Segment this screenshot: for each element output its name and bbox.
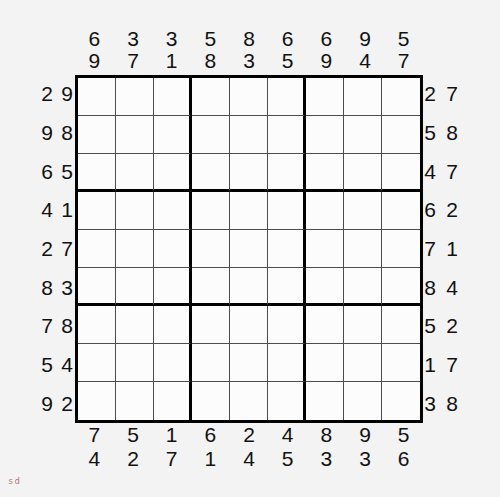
cell-r8c4[interactable]	[192, 344, 230, 382]
cell-r4c1[interactable]	[78, 192, 116, 230]
cell-r1c6[interactable]	[268, 78, 306, 116]
cell-r6c7[interactable]	[306, 268, 344, 306]
clue-digit: 8	[58, 114, 76, 153]
clue-digit: 6	[384, 448, 423, 470]
cell-r8c5[interactable]	[230, 344, 268, 382]
clue-digit: 1	[152, 424, 191, 446]
clue-digit: 3	[114, 28, 153, 50]
clue-digit: 5	[38, 346, 56, 385]
cell-r4c2[interactable]	[116, 192, 154, 230]
clue-digit: 5	[384, 424, 423, 446]
clue-digit: 5	[58, 152, 76, 191]
clue-digit: 9	[346, 424, 385, 446]
cell-r9c8[interactable]	[344, 382, 382, 420]
cell-r1c7[interactable]	[306, 78, 344, 116]
left-inner-clues: 985173842	[58, 75, 76, 423]
cell-r8c7[interactable]	[306, 344, 344, 382]
cell-r6c3[interactable]	[154, 268, 192, 306]
cell-r9c9[interactable]	[382, 382, 420, 420]
cell-r8c1[interactable]	[78, 344, 116, 382]
bottom-outer-clues: 427145336	[75, 448, 423, 470]
clue-digit: 9	[75, 50, 114, 72]
clue-digit: 3	[346, 448, 385, 470]
cell-r6c6[interactable]	[268, 268, 306, 306]
clue-digit: 5	[421, 307, 439, 346]
cell-r3c2[interactable]	[116, 154, 154, 192]
cell-r8c6[interactable]	[268, 344, 306, 382]
clue-digit: 8	[421, 268, 439, 307]
cell-r5c1[interactable]	[78, 230, 116, 268]
cell-r7c9[interactable]	[382, 306, 420, 344]
clue-digit: 6	[307, 28, 346, 50]
cell-r4c5[interactable]	[230, 192, 268, 230]
cell-r6c8[interactable]	[344, 268, 382, 306]
clue-digit: 3	[230, 50, 269, 72]
clue-digit: 4	[443, 268, 461, 307]
cell-r7c4[interactable]	[192, 306, 230, 344]
clue-digit: 7	[443, 75, 461, 114]
clue-digit: 2	[443, 191, 461, 230]
cell-r8c3[interactable]	[154, 344, 192, 382]
cell-r7c8[interactable]	[344, 306, 382, 344]
clue-digit: 7	[152, 448, 191, 470]
clue-digit: 8	[38, 268, 56, 307]
cell-r3c8[interactable]	[344, 154, 382, 192]
cell-r4c3[interactable]	[154, 192, 192, 230]
cell-r3c1[interactable]	[78, 154, 116, 192]
cell-r1c3[interactable]	[154, 78, 192, 116]
clue-digit: 5	[114, 424, 153, 446]
cell-r5c2[interactable]	[116, 230, 154, 268]
clue-digit: 5	[384, 28, 423, 50]
cell-r7c2[interactable]	[116, 306, 154, 344]
clue-digit: 6	[191, 424, 230, 446]
top-inner-clues: 971835947	[75, 50, 423, 72]
clue-digit: 2	[421, 75, 439, 114]
cell-r9c2[interactable]	[116, 382, 154, 420]
clue-digit: 4	[38, 191, 56, 230]
watermark: sd	[8, 476, 21, 486]
cell-r6c1[interactable]	[78, 268, 116, 306]
cell-r9c7[interactable]	[306, 382, 344, 420]
clue-digit: 2	[38, 75, 56, 114]
cell-r2c6[interactable]	[268, 116, 306, 154]
left-outer-clues: 296428759	[38, 75, 56, 423]
clue-digit: 7	[38, 307, 56, 346]
cell-r1c4[interactable]	[192, 78, 230, 116]
clue-digit: 2	[230, 424, 269, 446]
clue-digit: 1	[152, 50, 191, 72]
clue-digit: 4	[75, 448, 114, 470]
clue-digit: 1	[443, 230, 461, 269]
clue-digit: 8	[230, 28, 269, 50]
clue-digit: 9	[307, 50, 346, 72]
clue-digit: 1	[421, 346, 439, 385]
cell-r6c2[interactable]	[116, 268, 154, 306]
right-inner-clues: 254678513	[421, 75, 439, 423]
clue-digit: 6	[75, 28, 114, 50]
cell-r4c4[interactable]	[192, 192, 230, 230]
cell-r9c6[interactable]	[268, 382, 306, 420]
clue-digit: 6	[38, 152, 56, 191]
clue-digit: 8	[443, 384, 461, 423]
clue-digit: 4	[421, 152, 439, 191]
cell-r4c7[interactable]	[306, 192, 344, 230]
cell-r6c5[interactable]	[230, 268, 268, 306]
clue-digit: 4	[230, 448, 269, 470]
clue-digit: 8	[307, 424, 346, 446]
clue-digit: 6	[268, 28, 307, 50]
cell-r6c9[interactable]	[382, 268, 420, 306]
clue-digit: 3	[307, 448, 346, 470]
clue-digit: 7	[114, 50, 153, 72]
cell-r5c4[interactable]	[192, 230, 230, 268]
clue-digit: 3	[58, 268, 76, 307]
bottom-inner-clues: 751624895	[75, 424, 423, 446]
cell-r2c7[interactable]	[306, 116, 344, 154]
clue-digit: 9	[346, 28, 385, 50]
right-outer-clues: 787214278	[443, 75, 461, 423]
clue-digit: 9	[38, 114, 56, 153]
cell-r2c4[interactable]	[192, 116, 230, 154]
clue-digit: 8	[58, 307, 76, 346]
cell-r5c7[interactable]	[306, 230, 344, 268]
clue-digit: 9	[38, 384, 56, 423]
cell-r5c6[interactable]	[268, 230, 306, 268]
cell-r7c7[interactable]	[306, 306, 344, 344]
cell-r2c2[interactable]	[116, 116, 154, 154]
cell-r7c6[interactable]	[268, 306, 306, 344]
cell-r9c5[interactable]	[230, 382, 268, 420]
cell-r2c5[interactable]	[230, 116, 268, 154]
clue-digit: 5	[268, 50, 307, 72]
cell-r9c4[interactable]	[192, 382, 230, 420]
clue-digit: 3	[152, 28, 191, 50]
clue-digit: 7	[421, 230, 439, 269]
sudoku-board	[75, 75, 423, 423]
cell-r1c5[interactable]	[230, 78, 268, 116]
cell-r3c7[interactable]	[306, 154, 344, 192]
cell-r4c6[interactable]	[268, 192, 306, 230]
cell-r9c3[interactable]	[154, 382, 192, 420]
cell-r1c8[interactable]	[344, 78, 382, 116]
puzzle-page: 633586695 971835947 751624895 427145336 …	[0, 0, 500, 497]
cell-r5c9[interactable]	[382, 230, 420, 268]
cell-r9c1[interactable]	[78, 382, 116, 420]
cell-r5c5[interactable]	[230, 230, 268, 268]
top-outer-clues: 633586695	[75, 28, 423, 50]
cell-r4c9[interactable]	[382, 192, 420, 230]
clue-digit: 1	[58, 191, 76, 230]
clue-digit: 7	[58, 230, 76, 269]
clue-digit: 3	[421, 384, 439, 423]
clue-digit: 2	[443, 307, 461, 346]
clue-digit: 5	[421, 114, 439, 153]
cell-r8c2[interactable]	[116, 344, 154, 382]
clue-digit: 4	[346, 50, 385, 72]
clue-digit: 7	[443, 152, 461, 191]
clue-digit: 4	[58, 346, 76, 385]
cell-r3c9[interactable]	[382, 154, 420, 192]
cell-r1c2[interactable]	[116, 78, 154, 116]
clue-digit: 2	[38, 230, 56, 269]
cell-r3c6[interactable]	[268, 154, 306, 192]
cell-r2c9[interactable]	[382, 116, 420, 154]
cell-r8c9[interactable]	[382, 344, 420, 382]
cell-r1c9[interactable]	[382, 78, 420, 116]
cell-r3c4[interactable]	[192, 154, 230, 192]
clue-digit: 2	[58, 384, 76, 423]
clue-digit: 5	[268, 448, 307, 470]
cell-r2c1[interactable]	[78, 116, 116, 154]
clue-digit: 5	[191, 28, 230, 50]
cell-r5c3[interactable]	[154, 230, 192, 268]
clue-digit: 7	[443, 346, 461, 385]
clue-digit: 8	[191, 50, 230, 72]
clue-digit: 6	[421, 191, 439, 230]
cell-r3c5[interactable]	[230, 154, 268, 192]
cell-r5c8[interactable]	[344, 230, 382, 268]
cell-r1c1[interactable]	[78, 78, 116, 116]
cell-r4c8[interactable]	[344, 192, 382, 230]
cell-r2c3[interactable]	[154, 116, 192, 154]
clue-digit: 8	[443, 114, 461, 153]
clue-digit: 4	[268, 424, 307, 446]
cell-r8c8[interactable]	[344, 344, 382, 382]
clue-digit: 1	[191, 448, 230, 470]
cell-r7c3[interactable]	[154, 306, 192, 344]
cell-r6c4[interactable]	[192, 268, 230, 306]
cell-r3c3[interactable]	[154, 154, 192, 192]
clue-digit: 2	[114, 448, 153, 470]
clue-digit: 7	[75, 424, 114, 446]
cell-r2c8[interactable]	[344, 116, 382, 154]
clue-digit: 7	[384, 50, 423, 72]
cell-r7c1[interactable]	[78, 306, 116, 344]
clue-digit: 9	[58, 75, 76, 114]
cell-r7c5[interactable]	[230, 306, 268, 344]
